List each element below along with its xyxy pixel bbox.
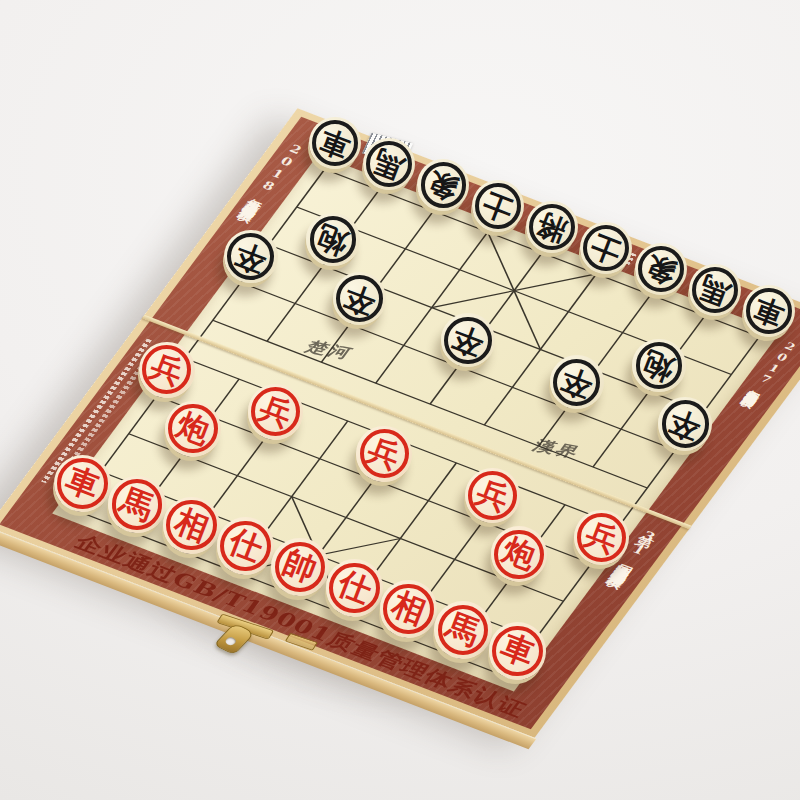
black-cannon-glyph: 炮 — [625, 331, 694, 400]
piece-black-soldier[interactable]: 卒 — [333, 272, 387, 326]
piece-red-soldier[interactable]: 兵 — [465, 468, 521, 524]
piece-red-chariot[interactable]: 車 — [54, 455, 111, 512]
photo-scene: 楚河 漢界 2018年世界象棋锦标赛用棋 2017年全国象棋少年锦标赛用棋 第3… — [0, 0, 800, 800]
red-soldier-glyph: 兵 — [457, 460, 529, 532]
black-soldier-glyph: 卒 — [542, 347, 612, 417]
red-soldier-glyph: 兵 — [131, 334, 203, 406]
red-soldier-glyph: 兵 — [348, 418, 420, 490]
piece-red-soldier[interactable]: 兵 — [356, 426, 412, 482]
black-soldier-glyph: 卒 — [325, 264, 395, 334]
piece-red-cannon[interactable]: 炮 — [491, 526, 547, 582]
piece-black-chariot[interactable]: 車 — [309, 117, 361, 169]
red-soldier-glyph: 兵 — [565, 502, 637, 574]
piece-black-soldier[interactable]: 卒 — [224, 230, 278, 284]
piece-black-soldier[interactable]: 卒 — [441, 313, 495, 367]
piece-red-elephant[interactable]: 相 — [163, 497, 220, 554]
black-soldier-glyph: 卒 — [651, 389, 721, 459]
black-chariot-glyph: 車 — [736, 277, 800, 344]
red-soldier-glyph: 兵 — [239, 376, 311, 448]
black-horse-glyph: 馬 — [681, 256, 748, 323]
piece-black-horse[interactable]: 馬 — [363, 138, 415, 190]
black-advisor-glyph: 士 — [573, 214, 640, 281]
piece-black-advisor[interactable]: 士 — [580, 222, 632, 274]
piece-black-soldier[interactable]: 卒 — [658, 397, 712, 451]
piece-red-soldier[interactable]: 兵 — [574, 510, 630, 566]
piece-black-cannon[interactable]: 炮 — [306, 213, 359, 266]
black-soldier-glyph: 卒 — [433, 306, 503, 376]
piece-black-advisor[interactable]: 士 — [472, 180, 524, 232]
black-advisor-glyph: 士 — [464, 172, 531, 239]
piece-black-soldier[interactable]: 卒 — [550, 355, 604, 409]
piece-red-horse[interactable]: 馬 — [108, 476, 165, 533]
piece-black-elephant[interactable]: 象 — [417, 159, 469, 211]
piece-red-elephant[interactable]: 相 — [380, 580, 437, 637]
piece-red-soldier[interactable]: 兵 — [248, 384, 304, 440]
piece-red-general[interactable]: 帥 — [271, 538, 328, 595]
piece-red-cannon[interactable]: 炮 — [165, 401, 221, 457]
black-elephant-glyph: 象 — [410, 151, 477, 218]
black-general-glyph: 將 — [518, 193, 585, 260]
black-elephant-glyph: 象 — [627, 235, 694, 302]
piece-black-general[interactable]: 將 — [526, 201, 578, 253]
piece-red-horse[interactable]: 馬 — [434, 601, 491, 658]
piece-black-chariot[interactable]: 車 — [743, 285, 795, 337]
black-horse-glyph: 馬 — [355, 130, 422, 197]
red-cannon-glyph: 炮 — [483, 518, 556, 591]
black-chariot-glyph: 車 — [301, 110, 368, 177]
red-cannon-glyph: 炮 — [157, 392, 230, 465]
piece-red-chariot[interactable]: 車 — [489, 622, 546, 679]
pieces-layer: 車馬象士將士象馬車炮炮卒卒卒卒卒兵兵兵兵兵炮炮車馬相仕帥仕相馬車 — [0, 0, 800, 800]
piece-black-elephant[interactable]: 象 — [635, 243, 687, 295]
black-soldier-glyph: 卒 — [216, 222, 286, 292]
piece-black-horse[interactable]: 馬 — [689, 264, 741, 316]
piece-red-soldier[interactable]: 兵 — [139, 342, 195, 398]
piece-black-cannon[interactable]: 炮 — [632, 339, 685, 392]
black-cannon-glyph: 炮 — [299, 205, 368, 274]
piece-red-advisor[interactable]: 仕 — [326, 559, 383, 616]
piece-red-advisor[interactable]: 仕 — [217, 517, 274, 574]
